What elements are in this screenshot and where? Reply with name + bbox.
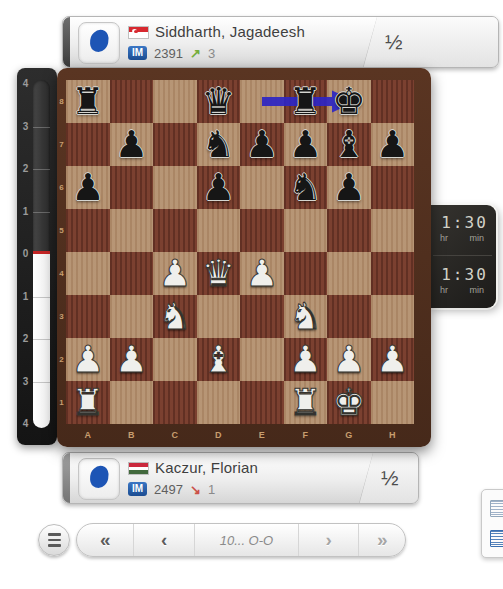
piece-wP-e4[interactable]: ♟ [245, 252, 278, 295]
eval-scale-label: 1 [19, 291, 32, 302]
square-c7[interactable] [153, 123, 197, 166]
square-a6[interactable]: ♟ [66, 166, 110, 209]
notation-list-icon[interactable] [490, 500, 503, 517]
eval-tick [33, 127, 50, 128]
square-g7[interactable]: ♝ [327, 123, 371, 166]
square-a1[interactable]: ♜ [66, 381, 110, 424]
evaluation-white-half [33, 254, 50, 428]
next-move-button[interactable]: › [299, 524, 358, 556]
piece-wP-a2[interactable]: ♟ [71, 338, 104, 381]
player-bar-edge [63, 17, 70, 67]
piece-wP-h2[interactable]: ♟ [376, 338, 409, 381]
square-f3[interactable]: ♞ [284, 295, 328, 338]
current-move-text: 10... O-O [220, 533, 273, 548]
clock-black-time: 1:30 [429, 213, 496, 232]
square-f4[interactable] [284, 252, 328, 295]
hr-label: hr [440, 233, 448, 243]
square-e4[interactable]: ♟ [240, 252, 284, 295]
piece-wP-f2[interactable]: ♟ [289, 338, 322, 381]
score-panel: ½ [363, 17, 498, 67]
piece-wB-d2[interactable]: ♝ [202, 338, 235, 381]
square-g4[interactable] [327, 252, 371, 295]
file-label: B [110, 427, 154, 443]
board-squares: ♜♛♜♚♟♞♟♟♝♟♟♟♞♟♟♛♟♞♞♟♟♝♟♟♟♜♜♚ [66, 80, 414, 424]
piece-bP-e7[interactable]: ♟ [245, 123, 278, 166]
chess-board: 87654321 ABCDEFGH ♜♛♜♚♟♞♟♟♝♟♟♟♞♟♟♛♟♞♞♟♟♝… [57, 68, 431, 447]
square-e1[interactable] [240, 381, 284, 424]
square-g5[interactable] [327, 209, 371, 252]
person-silhouette-icon [82, 462, 116, 496]
square-b7[interactable]: ♟ [110, 123, 154, 166]
square-h6[interactable] [371, 166, 415, 209]
avatar [78, 458, 120, 500]
piece-bQ-d8[interactable]: ♛ [202, 80, 235, 123]
square-a7[interactable] [66, 123, 110, 166]
piece-bN-d7[interactable]: ♞ [202, 123, 235, 166]
rank-label: 5 [57, 209, 66, 252]
square-f1[interactable]: ♜ [284, 381, 328, 424]
square-c6[interactable] [153, 166, 197, 209]
square-c8[interactable] [153, 80, 197, 123]
player-bar-edge [63, 453, 70, 503]
eval-scale-label: 0 [19, 248, 32, 259]
clock-white: 1:30 hr min [429, 257, 496, 307]
file-label: E [240, 427, 284, 443]
clock-white-time: 1:30 [429, 265, 496, 284]
piece-wR-a1[interactable]: ♜ [71, 381, 104, 424]
square-g8[interactable]: ♚ [327, 80, 371, 123]
skip-to-end-icon: » [377, 524, 388, 556]
square-d8[interactable]: ♛ [197, 80, 241, 123]
piece-bP-f7[interactable]: ♟ [289, 123, 322, 166]
flag-hungary-icon [128, 462, 149, 475]
square-f6[interactable]: ♞ [284, 166, 328, 209]
evaluation-zero-marker [33, 251, 50, 254]
piece-bP-d6[interactable]: ♟ [202, 166, 235, 209]
move-navigation-bar: « ‹ 10... O-O › » [76, 523, 406, 557]
square-e6[interactable] [240, 166, 284, 209]
eval-scale-label: 3 [19, 376, 32, 387]
eval-tick [33, 212, 50, 213]
piece-wR-f1[interactable]: ♜ [289, 381, 322, 424]
square-b3[interactable] [110, 295, 154, 338]
square-a4[interactable] [66, 252, 110, 295]
piece-bR-f8[interactable]: ♜ [289, 80, 322, 123]
square-h7[interactable]: ♟ [371, 123, 415, 166]
side-tools-panel [481, 489, 503, 558]
square-h3[interactable] [371, 295, 415, 338]
square-c1[interactable] [153, 381, 197, 424]
rank-label: 7 [57, 123, 66, 166]
square-g1[interactable]: ♚ [327, 381, 371, 424]
piece-wN-c3[interactable]: ♞ [158, 295, 191, 338]
square-b1[interactable] [110, 381, 154, 424]
piece-bR-a8[interactable]: ♜ [71, 80, 104, 123]
piece-bP-b7[interactable]: ♟ [115, 123, 148, 166]
file-label: G [327, 427, 371, 443]
square-h8[interactable] [371, 80, 415, 123]
evaluation-bar: 432101234 [17, 68, 57, 445]
go-to-end-button[interactable]: » [359, 524, 405, 556]
player-rating: 2497 [154, 482, 183, 497]
square-e5[interactable] [240, 209, 284, 252]
square-d6[interactable]: ♟ [197, 166, 241, 209]
evaluation-track [33, 80, 50, 428]
file-label: F [284, 427, 328, 443]
player-name: Kaczur, Florian [155, 459, 258, 476]
square-f2[interactable]: ♟ [284, 338, 328, 381]
file-label: C [153, 427, 197, 443]
eval-tick [33, 169, 50, 170]
min-label: min [469, 233, 484, 243]
square-c5[interactable] [153, 209, 197, 252]
piece-bP-a6[interactable]: ♟ [71, 166, 104, 209]
square-d5[interactable] [197, 209, 241, 252]
square-c4[interactable]: ♟ [153, 252, 197, 295]
live-game-widget: Siddharth, Jagadeesh IM 2391 ↗ 3 ½ 43210… [0, 0, 503, 589]
player-bar-bottom: Kaczur, Florian IM 2497 ↘ 1 ½ [62, 452, 419, 504]
clock-divider [433, 255, 492, 256]
square-c2[interactable] [153, 338, 197, 381]
piece-wP-g2[interactable]: ♟ [332, 338, 365, 381]
square-f8[interactable]: ♜ [284, 80, 328, 123]
clock-panel: 1:30 hr min 1:30 hr min [429, 205, 496, 308]
file-label: D [197, 427, 241, 443]
eval-scale-label: 2 [19, 163, 32, 174]
square-e3[interactable] [240, 295, 284, 338]
player-bar-top: Siddharth, Jagadeesh IM 2391 ↗ 3 ½ [62, 16, 499, 68]
menu-button[interactable] [38, 524, 70, 556]
piece-bP-h7[interactable]: ♟ [376, 123, 409, 166]
rank-label: 4 [57, 252, 66, 295]
eval-tick [33, 297, 50, 298]
go-to-start-button[interactable]: « [77, 524, 133, 556]
file-label: A [66, 427, 110, 443]
square-c3[interactable]: ♞ [153, 295, 197, 338]
rank-label: 2 [57, 338, 66, 381]
square-h1[interactable] [371, 381, 415, 424]
back-icon: ‹ [161, 524, 167, 556]
square-h4[interactable] [371, 252, 415, 295]
square-h5[interactable] [371, 209, 415, 252]
rating-trend-up-icon: ↗ [190, 46, 201, 61]
square-h2[interactable]: ♟ [371, 338, 415, 381]
score-panel: ½ [359, 453, 418, 503]
rating-delta: 3 [208, 46, 215, 61]
square-b6[interactable] [110, 166, 154, 209]
rank-label: 3 [57, 295, 66, 338]
square-g3[interactable] [327, 295, 371, 338]
piece-wP-b2[interactable]: ♟ [115, 338, 148, 381]
eval-scale-label: 1 [19, 206, 32, 217]
piece-bP-g6[interactable]: ♟ [332, 166, 365, 209]
square-b8[interactable] [110, 80, 154, 123]
eval-scale-label: 4 [19, 78, 32, 89]
board-settings-icon[interactable] [490, 530, 503, 547]
square-a8[interactable]: ♜ [66, 80, 110, 123]
square-e7[interactable]: ♟ [240, 123, 284, 166]
square-b2[interactable]: ♟ [110, 338, 154, 381]
rank-label: 1 [57, 381, 66, 424]
square-a2[interactable]: ♟ [66, 338, 110, 381]
square-d2[interactable]: ♝ [197, 338, 241, 381]
piece-wN-f3[interactable]: ♞ [289, 295, 322, 338]
person-silhouette-icon [82, 26, 116, 60]
square-d7[interactable]: ♞ [197, 123, 241, 166]
score-value: ½ [381, 453, 399, 503]
piece-wP-c4[interactable]: ♟ [158, 252, 191, 295]
title-badge: IM [128, 46, 147, 60]
rating-trend-down-icon: ↘ [190, 482, 201, 497]
title-badge: IM [128, 482, 147, 496]
rank-label: 8 [57, 80, 66, 123]
square-b4[interactable] [110, 252, 154, 295]
square-a3[interactable] [66, 295, 110, 338]
eval-scale-label: 4 [19, 418, 32, 429]
previous-move-button[interactable]: ‹ [134, 524, 193, 556]
avatar [78, 22, 120, 64]
square-e2[interactable] [240, 338, 284, 381]
piece-bB-g7[interactable]: ♝ [332, 123, 365, 166]
piece-bN-f6[interactable]: ♞ [289, 166, 322, 209]
square-d4[interactable]: ♛ [197, 252, 241, 295]
hr-label: hr [440, 285, 448, 295]
square-a5[interactable] [66, 209, 110, 252]
rank-label: 6 [57, 166, 66, 209]
piece-bK-g8[interactable]: ♚ [332, 80, 365, 123]
current-move-display: 10... O-O [195, 524, 298, 556]
eval-scale-label: 2 [19, 333, 32, 344]
menu-icon [48, 533, 61, 536]
player-name: Siddharth, Jagadeesh [155, 23, 305, 40]
square-g6[interactable]: ♟ [327, 166, 371, 209]
square-g2[interactable]: ♟ [327, 338, 371, 381]
square-f7[interactable]: ♟ [284, 123, 328, 166]
eval-tick [33, 339, 50, 340]
piece-wK-g1[interactable]: ♚ [332, 381, 365, 424]
eval-scale-label: 3 [19, 121, 32, 132]
skip-to-start-icon: « [100, 524, 111, 556]
min-label: min [469, 285, 484, 295]
clock-black: 1:30 hr min [429, 205, 496, 255]
square-d3[interactable] [197, 295, 241, 338]
score-value: ½ [385, 17, 403, 67]
eval-tick [33, 382, 50, 383]
square-e8[interactable] [240, 80, 284, 123]
forward-icon: › [326, 524, 332, 556]
square-b5[interactable] [110, 209, 154, 252]
square-f5[interactable] [284, 209, 328, 252]
player-rating: 2391 [154, 46, 183, 61]
piece-wQ-d4[interactable]: ♛ [202, 252, 235, 295]
flag-singapore-icon [128, 26, 149, 39]
rating-delta: 1 [208, 482, 215, 497]
file-label: H [371, 427, 415, 443]
square-d1[interactable] [197, 381, 241, 424]
